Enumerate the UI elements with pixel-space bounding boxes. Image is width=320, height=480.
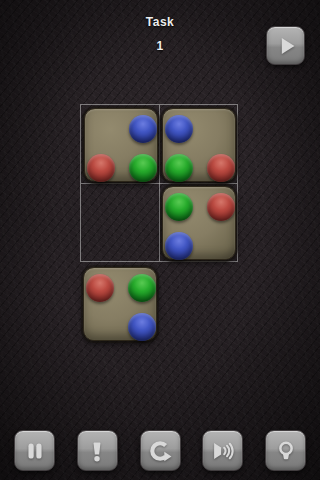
lightbulb-icon	[271, 436, 301, 466]
game-screen: Task 1	[0, 0, 320, 480]
red-dot	[207, 193, 235, 221]
puzzle-grid	[80, 104, 238, 262]
tray-tile[interactable]	[83, 267, 157, 341]
task-info-button[interactable]	[77, 430, 118, 471]
board-tile-r1c1[interactable]	[162, 186, 236, 260]
blue-dot	[129, 115, 157, 143]
toolbar	[0, 430, 320, 471]
board-tile-r0c0[interactable]	[84, 108, 158, 182]
empty-cell-r1c0[interactable]	[82, 184, 160, 262]
restart-button[interactable]	[140, 430, 181, 471]
exclamation-icon	[82, 436, 112, 466]
green-dot	[165, 193, 193, 221]
hint-button[interactable]	[265, 430, 306, 471]
sound-button[interactable]	[202, 430, 243, 471]
tile-tray	[83, 267, 157, 341]
red-dot	[86, 274, 114, 302]
refresh-icon	[145, 436, 175, 466]
red-dot	[87, 154, 115, 182]
green-dot	[165, 154, 193, 182]
sound-icon	[208, 436, 238, 466]
blue-dot	[165, 232, 193, 260]
pause-icon	[20, 436, 50, 466]
board-tile-r0c1[interactable]	[162, 108, 236, 182]
next-task-button[interactable]	[266, 26, 305, 65]
green-dot	[129, 154, 157, 182]
blue-dot	[128, 313, 156, 341]
red-dot	[207, 154, 235, 182]
green-dot	[128, 274, 156, 302]
play-icon	[271, 31, 301, 61]
pause-button[interactable]	[14, 430, 55, 471]
blue-dot	[165, 115, 193, 143]
